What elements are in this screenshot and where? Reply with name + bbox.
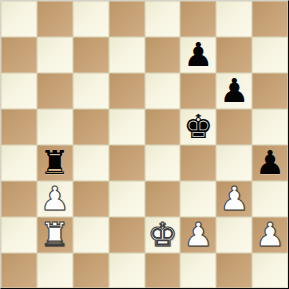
square-c1[interactable] (73, 253, 109, 289)
black-pawn[interactable]: ♟ (184, 37, 214, 73)
square-f4[interactable] (180, 145, 216, 181)
chess-board: ♟♟♚♜♟♟♟♜♚♟♟ (0, 0, 289, 289)
square-e7[interactable] (145, 37, 181, 73)
square-e4[interactable] (145, 145, 181, 181)
square-c5[interactable] (73, 109, 109, 145)
square-a6[interactable] (1, 73, 37, 109)
square-h1[interactable] (252, 253, 288, 289)
square-h3[interactable] (252, 181, 288, 217)
black-pawn[interactable]: ♟ (219, 73, 249, 109)
square-g7[interactable] (216, 37, 252, 73)
square-b7[interactable] (37, 37, 73, 73)
square-f6[interactable] (180, 73, 216, 109)
white-pawn[interactable]: ♟ (40, 181, 70, 217)
square-e6[interactable] (145, 73, 181, 109)
square-g2[interactable] (216, 217, 252, 253)
square-h8[interactable] (252, 1, 288, 37)
white-pawn[interactable]: ♟ (219, 181, 249, 217)
square-g6[interactable]: ♟ (216, 73, 252, 109)
square-a5[interactable] (1, 109, 37, 145)
black-pawn[interactable]: ♟ (255, 145, 285, 181)
square-f1[interactable] (180, 253, 216, 289)
square-h7[interactable] (252, 37, 288, 73)
square-f8[interactable] (180, 1, 216, 37)
square-g1[interactable] (216, 253, 252, 289)
square-g8[interactable] (216, 1, 252, 37)
square-d6[interactable] (109, 73, 145, 109)
board-grid: ♟♟♚♜♟♟♟♜♚♟♟ (1, 1, 288, 288)
square-a7[interactable] (1, 37, 37, 73)
square-e8[interactable] (145, 1, 181, 37)
square-h5[interactable] (252, 109, 288, 145)
square-d2[interactable] (109, 217, 145, 253)
square-e3[interactable] (145, 181, 181, 217)
square-c6[interactable] (73, 73, 109, 109)
square-a4[interactable] (1, 145, 37, 181)
white-pawn[interactable]: ♟ (255, 217, 285, 253)
square-a1[interactable] (1, 253, 37, 289)
square-c3[interactable] (73, 181, 109, 217)
square-a8[interactable] (1, 1, 37, 37)
square-h2[interactable]: ♟ (252, 217, 288, 253)
square-c8[interactable] (73, 1, 109, 37)
square-d5[interactable] (109, 109, 145, 145)
square-c2[interactable] (73, 217, 109, 253)
white-rook[interactable]: ♜ (40, 217, 70, 253)
square-h6[interactable] (252, 73, 288, 109)
black-king[interactable]: ♚ (184, 109, 214, 145)
square-f5[interactable]: ♚ (180, 109, 216, 145)
white-king[interactable]: ♚ (148, 217, 178, 253)
square-d4[interactable] (109, 145, 145, 181)
square-d1[interactable] (109, 253, 145, 289)
square-e1[interactable] (145, 253, 181, 289)
square-h4[interactable]: ♟ (252, 145, 288, 181)
square-g5[interactable] (216, 109, 252, 145)
square-f2[interactable]: ♟ (180, 217, 216, 253)
square-a2[interactable] (1, 217, 37, 253)
square-g4[interactable] (216, 145, 252, 181)
square-b1[interactable] (37, 253, 73, 289)
square-c4[interactable] (73, 145, 109, 181)
square-b4[interactable]: ♜ (37, 145, 73, 181)
square-f3[interactable] (180, 181, 216, 217)
square-b6[interactable] (37, 73, 73, 109)
white-pawn[interactable]: ♟ (184, 217, 214, 253)
square-f7[interactable]: ♟ (180, 37, 216, 73)
square-b3[interactable]: ♟ (37, 181, 73, 217)
square-c7[interactable] (73, 37, 109, 73)
square-a3[interactable] (1, 181, 37, 217)
square-e5[interactable] (145, 109, 181, 145)
square-e2[interactable]: ♚ (145, 217, 181, 253)
black-rook[interactable]: ♜ (40, 145, 70, 181)
square-b2[interactable]: ♜ (37, 217, 73, 253)
square-d7[interactable] (109, 37, 145, 73)
square-d3[interactable] (109, 181, 145, 217)
square-b5[interactable] (37, 109, 73, 145)
square-b8[interactable] (37, 1, 73, 37)
square-g3[interactable]: ♟ (216, 181, 252, 217)
square-d8[interactable] (109, 1, 145, 37)
